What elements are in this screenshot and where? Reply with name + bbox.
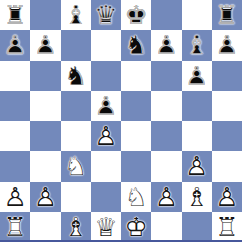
- white-pawn-outline-glyph: ♙: [34, 184, 57, 210]
- square-d1[interactable]: ♛♕: [91, 212, 121, 242]
- square-a8[interactable]: ♜♖: [0, 0, 30, 30]
- square-d5[interactable]: ♟♙: [91, 91, 121, 121]
- white-pawn-outline-glyph: ♙: [94, 123, 117, 149]
- white-queen-outline-glyph: ♕: [94, 214, 117, 240]
- square-e8[interactable]: ♚♔: [121, 0, 151, 30]
- square-c2[interactable]: [61, 182, 91, 212]
- piece-black-pawn-h7[interactable]: ♟♙: [212, 30, 242, 60]
- square-d2[interactable]: [91, 182, 121, 212]
- square-d3[interactable]: [91, 151, 121, 181]
- piece-white-pawn-d4[interactable]: ♟♙: [91, 121, 121, 151]
- square-b2[interactable]: ♟♙: [30, 182, 60, 212]
- square-e1[interactable]: ♚♔: [121, 212, 151, 242]
- piece-white-knight-e2[interactable]: ♞♘: [121, 182, 151, 212]
- piece-white-pawn-b2[interactable]: ♟♙: [30, 182, 60, 212]
- piece-white-pawn-h2[interactable]: ♟♙: [212, 182, 242, 212]
- square-g1[interactable]: [182, 212, 212, 242]
- piece-black-pawn-a7[interactable]: ♟♙: [0, 30, 30, 60]
- square-g3[interactable]: ♟♙: [182, 151, 212, 181]
- white-pawn-outline-glyph: ♙: [155, 184, 178, 210]
- white-king-outline-glyph: ♔: [124, 214, 147, 240]
- square-a2[interactable]: ♟♙: [0, 182, 30, 212]
- square-a6[interactable]: [0, 61, 30, 91]
- square-h1[interactable]: ♜♖: [212, 212, 242, 242]
- square-b1[interactable]: [30, 212, 60, 242]
- square-b7[interactable]: ♟♙: [30, 30, 60, 60]
- piece-black-rook-a8[interactable]: ♜♖: [0, 0, 30, 30]
- black-rook-outline-glyph: ♖: [3, 2, 26, 28]
- square-g7[interactable]: ♝♗: [182, 30, 212, 60]
- black-pawn-outline-glyph: ♙: [155, 32, 178, 58]
- piece-white-bishop-c1[interactable]: ♝♗: [61, 212, 91, 242]
- square-g2[interactable]: ♝♗: [182, 182, 212, 212]
- white-knight-outline-glyph: ♘: [64, 153, 87, 179]
- square-h8[interactable]: ♜♖: [212, 0, 242, 30]
- square-a1[interactable]: ♜♖: [0, 212, 30, 242]
- black-rook-outline-glyph: ♖: [215, 2, 238, 28]
- square-h3[interactable]: [212, 151, 242, 181]
- piece-white-king-e1[interactable]: ♚♔: [121, 212, 151, 242]
- piece-white-knight-c3[interactable]: ♞♘: [61, 151, 91, 181]
- piece-black-king-e8[interactable]: ♚♔: [121, 0, 151, 30]
- black-pawn-outline-glyph: ♙: [34, 32, 57, 58]
- piece-black-knight-e7[interactable]: ♞♘: [121, 30, 151, 60]
- white-pawn-outline-glyph: ♙: [215, 184, 238, 210]
- square-h6[interactable]: [212, 61, 242, 91]
- white-bishop-outline-glyph: ♗: [185, 184, 208, 210]
- square-b3[interactable]: [30, 151, 60, 181]
- square-b5[interactable]: [30, 91, 60, 121]
- square-e5[interactable]: [121, 91, 151, 121]
- white-pawn-outline-glyph: ♙: [3, 184, 26, 210]
- square-e6[interactable]: [121, 61, 151, 91]
- square-f6[interactable]: [151, 61, 181, 91]
- square-a5[interactable]: [0, 91, 30, 121]
- black-knight-outline-glyph: ♘: [64, 63, 87, 89]
- white-bishop-outline-glyph: ♗: [64, 214, 87, 240]
- white-rook-outline-glyph: ♖: [3, 214, 26, 240]
- piece-white-rook-h1[interactable]: ♜♖: [212, 212, 242, 242]
- square-c3[interactable]: ♞♘: [61, 151, 91, 181]
- square-h5[interactable]: [212, 91, 242, 121]
- square-f4[interactable]: [151, 121, 181, 151]
- square-c4[interactable]: [61, 121, 91, 151]
- piece-black-pawn-b7[interactable]: ♟♙: [30, 30, 60, 60]
- square-f5[interactable]: [151, 91, 181, 121]
- piece-black-bishop-g7[interactable]: ♝♗: [182, 30, 212, 60]
- square-f8[interactable]: [151, 0, 181, 30]
- square-h4[interactable]: [212, 121, 242, 151]
- black-knight-outline-glyph: ♘: [124, 32, 147, 58]
- square-b6[interactable]: [30, 61, 60, 91]
- square-g5[interactable]: [182, 91, 212, 121]
- black-pawn-outline-glyph: ♙: [94, 93, 117, 119]
- square-d8[interactable]: ♛♕: [91, 0, 121, 30]
- square-b8[interactable]: [30, 0, 60, 30]
- black-bishop-outline-glyph: ♗: [64, 2, 87, 28]
- square-e2[interactable]: ♞♘: [121, 182, 151, 212]
- square-f7[interactable]: ♟♙: [151, 30, 181, 60]
- piece-black-bishop-c8[interactable]: ♝♗: [61, 0, 91, 30]
- square-g6[interactable]: ♟♙: [182, 61, 212, 91]
- square-b4[interactable]: [30, 121, 60, 151]
- square-f3[interactable]: [151, 151, 181, 181]
- piece-white-pawn-f2[interactable]: ♟♙: [151, 182, 181, 212]
- white-pawn-outline-glyph: ♙: [185, 153, 208, 179]
- piece-white-queen-d1[interactable]: ♛♕: [91, 212, 121, 242]
- square-e3[interactable]: [121, 151, 151, 181]
- square-c8[interactable]: ♝♗: [61, 0, 91, 30]
- black-pawn-outline-glyph: ♙: [185, 63, 208, 89]
- square-c6[interactable]: ♞♘: [61, 61, 91, 91]
- square-f2[interactable]: ♟♙: [151, 182, 181, 212]
- white-knight-outline-glyph: ♘: [124, 184, 147, 210]
- piece-black-pawn-f7[interactable]: ♟♙: [151, 30, 181, 60]
- piece-white-rook-a1[interactable]: ♜♖: [0, 212, 30, 242]
- white-rook-outline-glyph: ♖: [215, 214, 238, 240]
- square-d4[interactable]: ♟♙: [91, 121, 121, 151]
- piece-white-pawn-a2[interactable]: ♟♙: [0, 182, 30, 212]
- piece-black-pawn-d5[interactable]: ♟♙: [91, 91, 121, 121]
- square-e7[interactable]: ♞♘: [121, 30, 151, 60]
- square-c5[interactable]: [61, 91, 91, 121]
- square-g8[interactable]: [182, 0, 212, 30]
- square-a7[interactable]: ♟♙: [0, 30, 30, 60]
- square-e4[interactable]: [121, 121, 151, 151]
- chess-board: ♜♖♝♗♛♕♚♔♜♖♟♙♟♙♞♘♟♙♝♗♟♙♞♘♟♙♟♙♟♙♞♘♟♙♟♙♟♙♞♘…: [0, 0, 242, 242]
- square-d6[interactable]: [91, 61, 121, 91]
- piece-black-rook-h8[interactable]: ♜♖: [212, 0, 242, 30]
- black-queen-outline-glyph: ♕: [94, 2, 117, 28]
- square-g4[interactable]: [182, 121, 212, 151]
- square-h2[interactable]: ♟♙: [212, 182, 242, 212]
- piece-white-bishop-g2[interactable]: ♝♗: [182, 182, 212, 212]
- piece-black-knight-c6[interactable]: ♞♘: [61, 61, 91, 91]
- square-c1[interactable]: ♝♗: [61, 212, 91, 242]
- black-pawn-outline-glyph: ♙: [215, 32, 238, 58]
- piece-black-pawn-g6[interactable]: ♟♙: [182, 61, 212, 91]
- square-c7[interactable]: [61, 30, 91, 60]
- black-king-outline-glyph: ♔: [124, 2, 147, 28]
- black-bishop-outline-glyph: ♗: [185, 32, 208, 58]
- square-h7[interactable]: ♟♙: [212, 30, 242, 60]
- piece-white-pawn-g3[interactable]: ♟♙: [182, 151, 212, 181]
- square-d7[interactable]: [91, 30, 121, 60]
- square-a3[interactable]: [0, 151, 30, 181]
- piece-black-queen-d8[interactable]: ♛♕: [91, 0, 121, 30]
- square-f1[interactable]: [151, 212, 181, 242]
- black-pawn-outline-glyph: ♙: [3, 32, 26, 58]
- square-a4[interactable]: [0, 121, 30, 151]
